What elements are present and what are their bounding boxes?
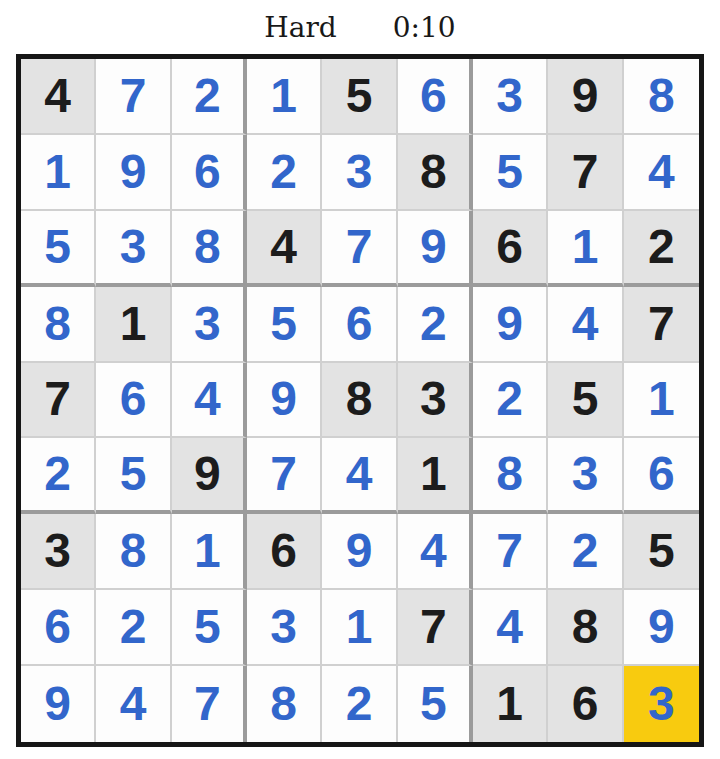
cell-r6c5[interactable]: 4 — [322, 438, 397, 514]
cell-r9c5[interactable]: 2 — [322, 666, 397, 742]
cell-r3c1[interactable]: 5 — [21, 211, 96, 287]
cell-r8c6[interactable]: 7 — [398, 590, 473, 666]
cell-r4c1[interactable]: 8 — [21, 287, 96, 363]
cell-r9c9[interactable]: 3 — [624, 666, 699, 742]
cell-r6c6[interactable]: 1 — [398, 438, 473, 514]
cell-r1c5[interactable]: 5 — [322, 59, 397, 135]
cell-r6c7[interactable]: 8 — [473, 438, 548, 514]
cell-r5c3[interactable]: 4 — [172, 363, 247, 439]
cell-r3c6[interactable]: 9 — [398, 211, 473, 287]
cell-r3c5[interactable]: 7 — [322, 211, 397, 287]
cell-r8c5[interactable]: 1 — [322, 590, 397, 666]
cell-r3c8[interactable]: 1 — [548, 211, 623, 287]
cell-r8c7[interactable]: 4 — [473, 590, 548, 666]
cell-r5c5[interactable]: 8 — [322, 363, 397, 439]
cell-r2c1[interactable]: 1 — [21, 135, 96, 211]
cell-r1c9[interactable]: 8 — [624, 59, 699, 135]
cell-r7c9[interactable]: 5 — [624, 514, 699, 590]
cell-r1c3[interactable]: 2 — [172, 59, 247, 135]
cell-r8c3[interactable]: 5 — [172, 590, 247, 666]
cell-r6c4[interactable]: 7 — [247, 438, 322, 514]
cell-r7c2[interactable]: 8 — [96, 514, 171, 590]
cell-r3c3[interactable]: 8 — [172, 211, 247, 287]
cell-r4c3[interactable]: 3 — [172, 287, 247, 363]
cell-r7c5[interactable]: 9 — [322, 514, 397, 590]
cell-r8c9[interactable]: 9 — [624, 590, 699, 666]
cell-r3c2[interactable]: 3 — [96, 211, 171, 287]
cell-r4c2[interactable]: 1 — [96, 287, 171, 363]
cell-r2c8[interactable]: 7 — [548, 135, 623, 211]
cell-r7c4[interactable]: 6 — [247, 514, 322, 590]
cell-r8c8[interactable]: 8 — [548, 590, 623, 666]
cell-r2c5[interactable]: 3 — [322, 135, 397, 211]
timer: 0:10 — [393, 11, 456, 44]
cell-r2c6[interactable]: 8 — [398, 135, 473, 211]
cell-r2c2[interactable]: 9 — [96, 135, 171, 211]
cell-r1c6[interactable]: 6 — [398, 59, 473, 135]
cell-r4c7[interactable]: 9 — [473, 287, 548, 363]
cell-r2c9[interactable]: 4 — [624, 135, 699, 211]
game-header: Hard 0:10 — [0, 0, 720, 54]
cell-r5c6[interactable]: 3 — [398, 363, 473, 439]
cell-r9c8[interactable]: 6 — [548, 666, 623, 742]
cell-r4c4[interactable]: 5 — [247, 287, 322, 363]
cell-r9c6[interactable]: 5 — [398, 666, 473, 742]
cell-r4c8[interactable]: 4 — [548, 287, 623, 363]
cell-r3c7[interactable]: 6 — [473, 211, 548, 287]
cell-r5c7[interactable]: 2 — [473, 363, 548, 439]
sudoku-app: Hard 0:10 472156398196238574538479612813… — [0, 0, 720, 747]
cell-r8c4[interactable]: 3 — [247, 590, 322, 666]
cell-r6c1[interactable]: 2 — [21, 438, 96, 514]
cell-r7c1[interactable]: 3 — [21, 514, 96, 590]
cell-r4c9[interactable]: 7 — [624, 287, 699, 363]
cell-r1c1[interactable]: 4 — [21, 59, 96, 135]
cell-r5c9[interactable]: 1 — [624, 363, 699, 439]
cell-r7c8[interactable]: 2 — [548, 514, 623, 590]
cell-r9c4[interactable]: 8 — [247, 666, 322, 742]
difficulty-label: Hard — [264, 11, 336, 44]
cell-r9c2[interactable]: 4 — [96, 666, 171, 742]
cell-r6c9[interactable]: 6 — [624, 438, 699, 514]
cell-r8c2[interactable]: 2 — [96, 590, 171, 666]
cell-r5c2[interactable]: 6 — [96, 363, 171, 439]
cell-r5c4[interactable]: 9 — [247, 363, 322, 439]
cell-r6c8[interactable]: 3 — [548, 438, 623, 514]
cell-r9c3[interactable]: 7 — [172, 666, 247, 742]
cell-r6c3[interactable]: 9 — [172, 438, 247, 514]
cell-r1c2[interactable]: 7 — [96, 59, 171, 135]
cell-r3c4[interactable]: 4 — [247, 211, 322, 287]
cell-r2c3[interactable]: 6 — [172, 135, 247, 211]
cell-r6c2[interactable]: 5 — [96, 438, 171, 514]
cell-r5c8[interactable]: 5 — [548, 363, 623, 439]
cell-r7c3[interactable]: 1 — [172, 514, 247, 590]
sudoku-board: 4721563981962385745384796128135629477649… — [16, 54, 704, 747]
cell-r7c6[interactable]: 4 — [398, 514, 473, 590]
cell-r2c4[interactable]: 2 — [247, 135, 322, 211]
cell-r1c8[interactable]: 9 — [548, 59, 623, 135]
cell-r4c6[interactable]: 2 — [398, 287, 473, 363]
cell-r9c7[interactable]: 1 — [473, 666, 548, 742]
cell-r1c7[interactable]: 3 — [473, 59, 548, 135]
cell-r2c7[interactable]: 5 — [473, 135, 548, 211]
cell-r3c9[interactable]: 2 — [624, 211, 699, 287]
cell-r7c7[interactable]: 7 — [473, 514, 548, 590]
cell-r5c1[interactable]: 7 — [21, 363, 96, 439]
cell-r8c1[interactable]: 6 — [21, 590, 96, 666]
cell-r4c5[interactable]: 6 — [322, 287, 397, 363]
cell-r1c4[interactable]: 1 — [247, 59, 322, 135]
cell-r9c1[interactable]: 9 — [21, 666, 96, 742]
